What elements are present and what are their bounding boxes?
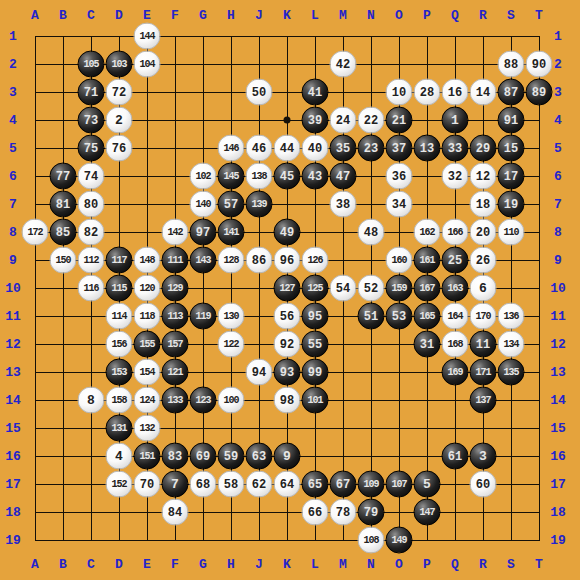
intersection-R4[interactable] xyxy=(469,106,497,134)
intersection-R2[interactable] xyxy=(469,50,497,78)
intersection-E16[interactable]: 151 xyxy=(133,442,161,470)
intersection-P14[interactable] xyxy=(413,386,441,414)
intersection-O4[interactable]: 21 xyxy=(385,106,413,134)
intersection-E3[interactable] xyxy=(133,78,161,106)
white-stone-Q8[interactable]: 166 xyxy=(442,219,469,246)
white-stone-H9[interactable]: 128 xyxy=(218,247,245,274)
intersection-A18[interactable] xyxy=(21,498,49,526)
intersection-G15[interactable] xyxy=(189,414,217,442)
white-stone-R7[interactable]: 18 xyxy=(470,191,497,218)
intersection-S3[interactable]: 87 xyxy=(497,78,525,106)
white-stone-B9[interactable]: 150 xyxy=(50,247,77,274)
intersection-F14[interactable]: 133 xyxy=(161,386,189,414)
white-stone-K11[interactable]: 56 xyxy=(274,303,301,330)
intersection-P11[interactable]: 165 xyxy=(413,302,441,330)
intersection-S9[interactable] xyxy=(497,246,525,274)
intersection-F17[interactable]: 7 xyxy=(161,470,189,498)
intersection-P1[interactable] xyxy=(413,22,441,50)
intersection-B2[interactable] xyxy=(49,50,77,78)
intersection-N4[interactable]: 22 xyxy=(357,106,385,134)
intersection-M7[interactable]: 38 xyxy=(329,190,357,218)
intersection-S15[interactable] xyxy=(497,414,525,442)
intersection-F4[interactable] xyxy=(161,106,189,134)
intersection-G19[interactable] xyxy=(189,526,217,554)
black-stone-F12[interactable]: 157 xyxy=(162,331,189,358)
white-stone-N8[interactable]: 48 xyxy=(358,219,385,246)
white-stone-F8[interactable]: 142 xyxy=(162,219,189,246)
black-stone-B7[interactable]: 81 xyxy=(50,191,77,218)
intersection-H15[interactable] xyxy=(217,414,245,442)
white-stone-Q12[interactable]: 168 xyxy=(442,331,469,358)
intersection-O2[interactable] xyxy=(385,50,413,78)
intersection-A7[interactable] xyxy=(21,190,49,218)
intersection-J4[interactable] xyxy=(245,106,273,134)
intersection-N17[interactable]: 109 xyxy=(357,470,385,498)
white-stone-R9[interactable]: 26 xyxy=(470,247,497,274)
intersection-J5[interactable]: 46 xyxy=(245,134,273,162)
intersection-C8[interactable]: 82 xyxy=(77,218,105,246)
intersection-A3[interactable] xyxy=(21,78,49,106)
black-stone-O5[interactable]: 37 xyxy=(386,135,413,162)
intersection-D10[interactable]: 115 xyxy=(105,274,133,302)
intersection-M10[interactable]: 54 xyxy=(329,274,357,302)
white-stone-N10[interactable]: 52 xyxy=(358,275,385,302)
black-stone-M6[interactable]: 47 xyxy=(330,163,357,190)
intersection-Q5[interactable]: 33 xyxy=(441,134,469,162)
white-stone-D17[interactable]: 152 xyxy=(106,471,133,498)
intersection-D13[interactable]: 153 xyxy=(105,358,133,386)
black-stone-F11[interactable]: 113 xyxy=(162,303,189,330)
intersection-R3[interactable]: 14 xyxy=(469,78,497,106)
intersection-K19[interactable] xyxy=(273,526,301,554)
white-stone-C8[interactable]: 82 xyxy=(78,219,105,246)
white-stone-R10[interactable]: 6 xyxy=(470,275,497,302)
black-stone-F14[interactable]: 133 xyxy=(162,387,189,414)
black-stone-O17[interactable]: 107 xyxy=(386,471,413,498)
black-stone-K6[interactable]: 45 xyxy=(274,163,301,190)
intersection-O11[interactable]: 53 xyxy=(385,302,413,330)
white-stone-R17[interactable]: 60 xyxy=(470,471,497,498)
intersection-G18[interactable] xyxy=(189,498,217,526)
intersection-K15[interactable] xyxy=(273,414,301,442)
intersection-R18[interactable] xyxy=(469,498,497,526)
intersection-S18[interactable] xyxy=(497,498,525,526)
intersection-G5[interactable] xyxy=(189,134,217,162)
black-stone-G9[interactable]: 143 xyxy=(190,247,217,274)
intersection-A12[interactable] xyxy=(21,330,49,358)
white-stone-D3[interactable]: 72 xyxy=(106,79,133,106)
intersection-G2[interactable] xyxy=(189,50,217,78)
white-stone-H11[interactable]: 130 xyxy=(218,303,245,330)
intersection-H4[interactable] xyxy=(217,106,245,134)
intersection-O1[interactable] xyxy=(385,22,413,50)
intersection-O9[interactable]: 160 xyxy=(385,246,413,274)
intersection-M4[interactable]: 24 xyxy=(329,106,357,134)
intersection-J1[interactable] xyxy=(245,22,273,50)
intersection-A9[interactable] xyxy=(21,246,49,274)
intersection-H6[interactable]: 145 xyxy=(217,162,245,190)
intersection-B10[interactable] xyxy=(49,274,77,302)
black-stone-H16[interactable]: 59 xyxy=(218,443,245,470)
black-stone-S13[interactable]: 135 xyxy=(498,359,525,386)
intersection-Q18[interactable] xyxy=(441,498,469,526)
intersection-M17[interactable]: 67 xyxy=(329,470,357,498)
intersection-G9[interactable]: 143 xyxy=(189,246,217,274)
intersection-K8[interactable]: 49 xyxy=(273,218,301,246)
intersection-M5[interactable]: 35 xyxy=(329,134,357,162)
intersection-D6[interactable] xyxy=(105,162,133,190)
intersection-G6[interactable]: 102 xyxy=(189,162,217,190)
intersection-F5[interactable] xyxy=(161,134,189,162)
intersection-M18[interactable]: 78 xyxy=(329,498,357,526)
black-stone-P11[interactable]: 165 xyxy=(414,303,441,330)
intersection-Q7[interactable] xyxy=(441,190,469,218)
black-stone-F16[interactable]: 83 xyxy=(162,443,189,470)
intersection-L18[interactable]: 66 xyxy=(301,498,329,526)
intersection-S6[interactable]: 17 xyxy=(497,162,525,190)
black-stone-F13[interactable]: 121 xyxy=(162,359,189,386)
white-stone-E1[interactable]: 144 xyxy=(134,23,161,50)
black-stone-G11[interactable]: 119 xyxy=(190,303,217,330)
white-stone-J17[interactable]: 62 xyxy=(246,471,273,498)
intersection-Q11[interactable]: 164 xyxy=(441,302,469,330)
white-stone-N19[interactable]: 108 xyxy=(358,527,385,554)
intersection-S7[interactable]: 19 xyxy=(497,190,525,218)
intersection-A1[interactable] xyxy=(21,22,49,50)
intersection-L3[interactable]: 41 xyxy=(301,78,329,106)
black-stone-Q4[interactable]: 1 xyxy=(442,107,469,134)
white-stone-D4[interactable]: 2 xyxy=(106,107,133,134)
white-stone-J3[interactable]: 50 xyxy=(246,79,273,106)
intersection-P18[interactable]: 147 xyxy=(413,498,441,526)
black-stone-H8[interactable]: 141 xyxy=(218,219,245,246)
intersection-H16[interactable]: 59 xyxy=(217,442,245,470)
intersection-K12[interactable]: 92 xyxy=(273,330,301,358)
intersection-O7[interactable]: 34 xyxy=(385,190,413,218)
intersection-T12[interactable] xyxy=(525,330,553,358)
intersection-B7[interactable]: 81 xyxy=(49,190,77,218)
white-stone-H5[interactable]: 146 xyxy=(218,135,245,162)
intersection-T1[interactable] xyxy=(525,22,553,50)
intersection-D14[interactable]: 158 xyxy=(105,386,133,414)
intersection-M12[interactable] xyxy=(329,330,357,358)
intersection-C7[interactable]: 80 xyxy=(77,190,105,218)
black-stone-N18[interactable]: 79 xyxy=(358,499,385,526)
black-stone-E12[interactable]: 155 xyxy=(134,331,161,358)
white-stone-O6[interactable]: 36 xyxy=(386,163,413,190)
intersection-B8[interactable]: 85 xyxy=(49,218,77,246)
intersection-G10[interactable] xyxy=(189,274,217,302)
intersection-J2[interactable] xyxy=(245,50,273,78)
intersection-T16[interactable] xyxy=(525,442,553,470)
intersection-D16[interactable]: 4 xyxy=(105,442,133,470)
intersection-E17[interactable]: 70 xyxy=(133,470,161,498)
intersection-C4[interactable]: 73 xyxy=(77,106,105,134)
intersection-O18[interactable] xyxy=(385,498,413,526)
black-stone-O19[interactable]: 149 xyxy=(386,527,413,554)
intersection-B1[interactable] xyxy=(49,22,77,50)
intersection-P12[interactable]: 31 xyxy=(413,330,441,358)
intersection-F13[interactable]: 121 xyxy=(161,358,189,386)
black-stone-S5[interactable]: 15 xyxy=(498,135,525,162)
black-stone-Q13[interactable]: 169 xyxy=(442,359,469,386)
intersection-C9[interactable]: 112 xyxy=(77,246,105,274)
intersection-T8[interactable] xyxy=(525,218,553,246)
intersection-A10[interactable] xyxy=(21,274,49,302)
black-stone-L10[interactable]: 125 xyxy=(302,275,329,302)
white-stone-T2[interactable]: 90 xyxy=(526,51,553,78)
intersection-Q16[interactable]: 61 xyxy=(441,442,469,470)
intersection-L9[interactable]: 126 xyxy=(301,246,329,274)
intersection-C12[interactable] xyxy=(77,330,105,358)
white-stone-S12[interactable]: 134 xyxy=(498,331,525,358)
intersection-S8[interactable]: 110 xyxy=(497,218,525,246)
intersection-N10[interactable]: 52 xyxy=(357,274,385,302)
white-stone-G17[interactable]: 68 xyxy=(190,471,217,498)
intersection-H1[interactable] xyxy=(217,22,245,50)
intersection-N12[interactable] xyxy=(357,330,385,358)
white-stone-R8[interactable]: 20 xyxy=(470,219,497,246)
intersection-N5[interactable]: 23 xyxy=(357,134,385,162)
intersection-T4[interactable] xyxy=(525,106,553,134)
intersection-E2[interactable]: 104 xyxy=(133,50,161,78)
intersection-O13[interactable] xyxy=(385,358,413,386)
intersection-K4[interactable] xyxy=(273,106,301,134)
black-stone-M17[interactable]: 67 xyxy=(330,471,357,498)
intersection-A6[interactable] xyxy=(21,162,49,190)
black-stone-L14[interactable]: 101 xyxy=(302,387,329,414)
intersection-K11[interactable]: 56 xyxy=(273,302,301,330)
white-stone-M4[interactable]: 24 xyxy=(330,107,357,134)
black-stone-M5[interactable]: 35 xyxy=(330,135,357,162)
white-stone-Q6[interactable]: 32 xyxy=(442,163,469,190)
white-stone-L5[interactable]: 40 xyxy=(302,135,329,162)
intersection-C5[interactable]: 75 xyxy=(77,134,105,162)
intersection-P3[interactable]: 28 xyxy=(413,78,441,106)
intersection-M1[interactable] xyxy=(329,22,357,50)
intersection-E5[interactable] xyxy=(133,134,161,162)
black-stone-R5[interactable]: 29 xyxy=(470,135,497,162)
black-stone-F17[interactable]: 7 xyxy=(162,471,189,498)
black-stone-O10[interactable]: 159 xyxy=(386,275,413,302)
intersection-G8[interactable]: 97 xyxy=(189,218,217,246)
intersection-D3[interactable]: 72 xyxy=(105,78,133,106)
intersection-S1[interactable] xyxy=(497,22,525,50)
intersection-K5[interactable]: 44 xyxy=(273,134,301,162)
intersection-S17[interactable] xyxy=(497,470,525,498)
intersection-L19[interactable] xyxy=(301,526,329,554)
white-stone-J9[interactable]: 86 xyxy=(246,247,273,274)
intersection-B4[interactable] xyxy=(49,106,77,134)
intersection-C6[interactable]: 74 xyxy=(77,162,105,190)
intersection-K14[interactable]: 98 xyxy=(273,386,301,414)
intersection-G12[interactable] xyxy=(189,330,217,358)
intersection-P2[interactable] xyxy=(413,50,441,78)
intersection-L4[interactable]: 39 xyxy=(301,106,329,134)
intersection-K6[interactable]: 45 xyxy=(273,162,301,190)
intersection-D7[interactable] xyxy=(105,190,133,218)
intersection-M16[interactable] xyxy=(329,442,357,470)
intersection-L15[interactable] xyxy=(301,414,329,442)
intersection-L11[interactable]: 95 xyxy=(301,302,329,330)
black-stone-N17[interactable]: 109 xyxy=(358,471,385,498)
intersection-D17[interactable]: 152 xyxy=(105,470,133,498)
white-stone-D5[interactable]: 76 xyxy=(106,135,133,162)
white-stone-H12[interactable]: 122 xyxy=(218,331,245,358)
intersection-T3[interactable]: 89 xyxy=(525,78,553,106)
intersection-L10[interactable]: 125 xyxy=(301,274,329,302)
intersection-H11[interactable]: 130 xyxy=(217,302,245,330)
white-stone-M2[interactable]: 42 xyxy=(330,51,357,78)
black-stone-P18[interactable]: 147 xyxy=(414,499,441,526)
intersection-J17[interactable]: 62 xyxy=(245,470,273,498)
white-stone-D16[interactable]: 4 xyxy=(106,443,133,470)
intersection-A17[interactable] xyxy=(21,470,49,498)
intersection-F8[interactable]: 142 xyxy=(161,218,189,246)
intersection-H2[interactable] xyxy=(217,50,245,78)
black-stone-L3[interactable]: 41 xyxy=(302,79,329,106)
intersection-S14[interactable] xyxy=(497,386,525,414)
intersection-A19[interactable] xyxy=(21,526,49,554)
black-stone-F9[interactable]: 111 xyxy=(162,247,189,274)
intersection-B16[interactable] xyxy=(49,442,77,470)
intersection-L7[interactable] xyxy=(301,190,329,218)
intersection-C18[interactable] xyxy=(77,498,105,526)
intersection-Q17[interactable] xyxy=(441,470,469,498)
intersection-L2[interactable] xyxy=(301,50,329,78)
intersection-G4[interactable] xyxy=(189,106,217,134)
intersection-H3[interactable] xyxy=(217,78,245,106)
white-stone-F18[interactable]: 84 xyxy=(162,499,189,526)
black-stone-C3[interactable]: 71 xyxy=(78,79,105,106)
black-stone-R16[interactable]: 3 xyxy=(470,443,497,470)
intersection-B13[interactable] xyxy=(49,358,77,386)
intersection-F18[interactable]: 84 xyxy=(161,498,189,526)
black-stone-L6[interactable]: 43 xyxy=(302,163,329,190)
intersection-L13[interactable]: 99 xyxy=(301,358,329,386)
intersection-O15[interactable] xyxy=(385,414,413,442)
intersection-D5[interactable]: 76 xyxy=(105,134,133,162)
black-stone-C2[interactable]: 105 xyxy=(78,51,105,78)
intersection-B3[interactable] xyxy=(49,78,77,106)
black-stone-R13[interactable]: 171 xyxy=(470,359,497,386)
intersection-K1[interactable] xyxy=(273,22,301,50)
intersection-D8[interactable] xyxy=(105,218,133,246)
intersection-P10[interactable]: 167 xyxy=(413,274,441,302)
black-stone-Q9[interactable]: 25 xyxy=(442,247,469,274)
black-stone-P17[interactable]: 5 xyxy=(414,471,441,498)
black-stone-K10[interactable]: 127 xyxy=(274,275,301,302)
intersection-R5[interactable]: 29 xyxy=(469,134,497,162)
intersection-R6[interactable]: 12 xyxy=(469,162,497,190)
intersection-P8[interactable]: 162 xyxy=(413,218,441,246)
intersection-M2[interactable]: 42 xyxy=(329,50,357,78)
white-stone-E10[interactable]: 120 xyxy=(134,275,161,302)
intersection-K10[interactable]: 127 xyxy=(273,274,301,302)
intersection-T9[interactable] xyxy=(525,246,553,274)
intersection-L12[interactable]: 55 xyxy=(301,330,329,358)
black-stone-N11[interactable]: 51 xyxy=(358,303,385,330)
intersection-S5[interactable]: 15 xyxy=(497,134,525,162)
intersection-P17[interactable]: 5 xyxy=(413,470,441,498)
white-stone-K5[interactable]: 44 xyxy=(274,135,301,162)
intersection-L14[interactable]: 101 xyxy=(301,386,329,414)
white-stone-G7[interactable]: 140 xyxy=(190,191,217,218)
intersection-F12[interactable]: 157 xyxy=(161,330,189,358)
black-stone-J16[interactable]: 63 xyxy=(246,443,273,470)
black-stone-K16[interactable]: 9 xyxy=(274,443,301,470)
black-stone-D13[interactable]: 153 xyxy=(106,359,133,386)
intersection-H14[interactable]: 100 xyxy=(217,386,245,414)
intersection-H12[interactable]: 122 xyxy=(217,330,245,358)
intersection-C14[interactable]: 8 xyxy=(77,386,105,414)
white-stone-E9[interactable]: 148 xyxy=(134,247,161,274)
white-stone-E15[interactable]: 132 xyxy=(134,415,161,442)
intersection-N18[interactable]: 79 xyxy=(357,498,385,526)
intersection-N7[interactable] xyxy=(357,190,385,218)
black-stone-D9[interactable]: 117 xyxy=(106,247,133,274)
intersection-R19[interactable] xyxy=(469,526,497,554)
intersection-K16[interactable]: 9 xyxy=(273,442,301,470)
intersection-T10[interactable] xyxy=(525,274,553,302)
intersection-A15[interactable] xyxy=(21,414,49,442)
intersection-F10[interactable]: 129 xyxy=(161,274,189,302)
intersection-Q3[interactable]: 16 xyxy=(441,78,469,106)
intersection-O19[interactable]: 149 xyxy=(385,526,413,554)
intersection-N1[interactable] xyxy=(357,22,385,50)
black-stone-D15[interactable]: 131 xyxy=(106,415,133,442)
intersection-H19[interactable] xyxy=(217,526,245,554)
black-stone-H6[interactable]: 145 xyxy=(218,163,245,190)
intersection-Q12[interactable]: 168 xyxy=(441,330,469,358)
white-stone-S8[interactable]: 110 xyxy=(498,219,525,246)
intersection-E19[interactable] xyxy=(133,526,161,554)
intersection-G7[interactable]: 140 xyxy=(189,190,217,218)
intersection-E8[interactable] xyxy=(133,218,161,246)
intersection-L1[interactable] xyxy=(301,22,329,50)
intersection-J16[interactable]: 63 xyxy=(245,442,273,470)
intersection-O16[interactable] xyxy=(385,442,413,470)
intersection-N8[interactable]: 48 xyxy=(357,218,385,246)
white-stone-E11[interactable]: 118 xyxy=(134,303,161,330)
intersection-Q10[interactable]: 163 xyxy=(441,274,469,302)
white-stone-D12[interactable]: 156 xyxy=(106,331,133,358)
intersection-H8[interactable]: 141 xyxy=(217,218,245,246)
intersection-Q2[interactable] xyxy=(441,50,469,78)
intersection-J6[interactable]: 138 xyxy=(245,162,273,190)
intersection-N11[interactable]: 51 xyxy=(357,302,385,330)
intersection-A2[interactable] xyxy=(21,50,49,78)
intersection-D1[interactable] xyxy=(105,22,133,50)
white-stone-R3[interactable]: 14 xyxy=(470,79,497,106)
black-stone-K13[interactable]: 93 xyxy=(274,359,301,386)
intersection-M11[interactable] xyxy=(329,302,357,330)
intersection-T11[interactable] xyxy=(525,302,553,330)
intersection-T6[interactable] xyxy=(525,162,553,190)
intersection-H10[interactable] xyxy=(217,274,245,302)
white-stone-E2[interactable]: 104 xyxy=(134,51,161,78)
white-stone-Q11[interactable]: 164 xyxy=(442,303,469,330)
intersection-P5[interactable]: 13 xyxy=(413,134,441,162)
black-stone-L17[interactable]: 65 xyxy=(302,471,329,498)
white-stone-Q3[interactable]: 16 xyxy=(442,79,469,106)
intersection-A4[interactable] xyxy=(21,106,49,134)
intersection-R1[interactable] xyxy=(469,22,497,50)
white-stone-J13[interactable]: 94 xyxy=(246,359,273,386)
intersection-F6[interactable] xyxy=(161,162,189,190)
intersection-Q6[interactable]: 32 xyxy=(441,162,469,190)
black-stone-C5[interactable]: 75 xyxy=(78,135,105,162)
